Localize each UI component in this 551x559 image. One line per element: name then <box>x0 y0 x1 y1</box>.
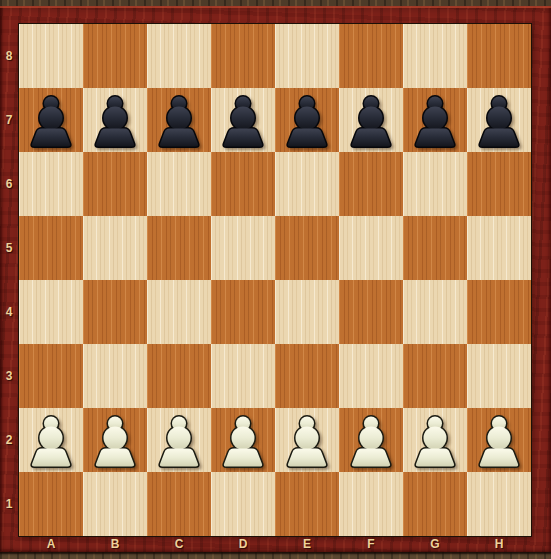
square-c6[interactable] <box>147 152 211 216</box>
square-e4[interactable] <box>275 280 339 344</box>
square-h2[interactable] <box>467 408 531 472</box>
square-a2[interactable] <box>19 408 83 472</box>
black-pawn-h7[interactable] <box>467 88 531 152</box>
square-a4[interactable] <box>19 280 83 344</box>
square-g6[interactable] <box>403 152 467 216</box>
square-h3[interactable] <box>467 344 531 408</box>
white-pawn-b2[interactable] <box>83 408 147 472</box>
rank-coordinates: 87654321 <box>0 24 18 536</box>
file-label-C: C <box>147 536 211 553</box>
square-e8[interactable] <box>275 24 339 88</box>
rank-label-2: 2 <box>0 408 18 472</box>
square-d2[interactable] <box>211 408 275 472</box>
square-d7[interactable] <box>211 88 275 152</box>
rank-label-4: 4 <box>0 280 18 344</box>
square-b2[interactable] <box>83 408 147 472</box>
rank-label-1: 1 <box>0 472 18 536</box>
square-b6[interactable] <box>83 152 147 216</box>
square-a6[interactable] <box>19 152 83 216</box>
black-pawn-f7[interactable] <box>339 88 403 152</box>
rank-label-5: 5 <box>0 216 18 280</box>
square-g3[interactable] <box>403 344 467 408</box>
chess-board[interactable] <box>18 23 532 537</box>
square-d4[interactable] <box>211 280 275 344</box>
square-e7[interactable] <box>275 88 339 152</box>
square-b7[interactable] <box>83 88 147 152</box>
file-label-E: E <box>275 536 339 553</box>
square-a7[interactable] <box>19 88 83 152</box>
file-label-F: F <box>339 536 403 553</box>
square-g8[interactable] <box>403 24 467 88</box>
square-a1[interactable] <box>19 472 83 536</box>
file-label-D: D <box>211 536 275 553</box>
square-f3[interactable] <box>339 344 403 408</box>
square-c1[interactable] <box>147 472 211 536</box>
white-pawn-g2[interactable] <box>403 408 467 472</box>
chess-board-window: 87654321 ABCDEFGH <box>0 0 551 559</box>
square-e5[interactable] <box>275 216 339 280</box>
square-f1[interactable] <box>339 472 403 536</box>
square-e1[interactable] <box>275 472 339 536</box>
square-h4[interactable] <box>467 280 531 344</box>
square-d5[interactable] <box>211 216 275 280</box>
file-coordinates: ABCDEFGH <box>19 536 531 553</box>
square-a5[interactable] <box>19 216 83 280</box>
square-b3[interactable] <box>83 344 147 408</box>
file-label-B: B <box>83 536 147 553</box>
rank-label-8: 8 <box>0 24 18 88</box>
file-label-H: H <box>467 536 531 553</box>
white-pawn-a2[interactable] <box>19 408 83 472</box>
square-c8[interactable] <box>147 24 211 88</box>
file-label-A: A <box>19 536 83 553</box>
square-h5[interactable] <box>467 216 531 280</box>
square-a3[interactable] <box>19 344 83 408</box>
rank-label-6: 6 <box>0 152 18 216</box>
white-pawn-f2[interactable] <box>339 408 403 472</box>
black-pawn-c7[interactable] <box>147 88 211 152</box>
square-h1[interactable] <box>467 472 531 536</box>
square-c7[interactable] <box>147 88 211 152</box>
square-d3[interactable] <box>211 344 275 408</box>
square-f6[interactable] <box>339 152 403 216</box>
square-f7[interactable] <box>339 88 403 152</box>
square-e3[interactable] <box>275 344 339 408</box>
square-c5[interactable] <box>147 216 211 280</box>
rank-label-7: 7 <box>0 88 18 152</box>
square-e2[interactable] <box>275 408 339 472</box>
black-pawn-b7[interactable] <box>83 88 147 152</box>
square-f4[interactable] <box>339 280 403 344</box>
square-g4[interactable] <box>403 280 467 344</box>
square-f5[interactable] <box>339 216 403 280</box>
square-g2[interactable] <box>403 408 467 472</box>
square-b1[interactable] <box>83 472 147 536</box>
square-b4[interactable] <box>83 280 147 344</box>
black-pawn-g7[interactable] <box>403 88 467 152</box>
file-label-G: G <box>403 536 467 553</box>
black-pawn-e7[interactable] <box>275 88 339 152</box>
square-d6[interactable] <box>211 152 275 216</box>
square-g1[interactable] <box>403 472 467 536</box>
rank-label-3: 3 <box>0 344 18 408</box>
square-h8[interactable] <box>467 24 531 88</box>
white-pawn-h2[interactable] <box>467 408 531 472</box>
square-b8[interactable] <box>83 24 147 88</box>
square-g7[interactable] <box>403 88 467 152</box>
white-pawn-d2[interactable] <box>211 408 275 472</box>
square-c2[interactable] <box>147 408 211 472</box>
black-pawn-d7[interactable] <box>211 88 275 152</box>
square-c4[interactable] <box>147 280 211 344</box>
square-e6[interactable] <box>275 152 339 216</box>
square-f8[interactable] <box>339 24 403 88</box>
square-d8[interactable] <box>211 24 275 88</box>
square-g5[interactable] <box>403 216 467 280</box>
square-h7[interactable] <box>467 88 531 152</box>
square-h6[interactable] <box>467 152 531 216</box>
white-pawn-e2[interactable] <box>275 408 339 472</box>
outer-wood-trim-bottom <box>0 552 551 559</box>
square-f2[interactable] <box>339 408 403 472</box>
square-b5[interactable] <box>83 216 147 280</box>
square-d1[interactable] <box>211 472 275 536</box>
square-c3[interactable] <box>147 344 211 408</box>
black-pawn-a7[interactable] <box>19 88 83 152</box>
white-pawn-c2[interactable] <box>147 408 211 472</box>
square-a8[interactable] <box>19 24 83 88</box>
